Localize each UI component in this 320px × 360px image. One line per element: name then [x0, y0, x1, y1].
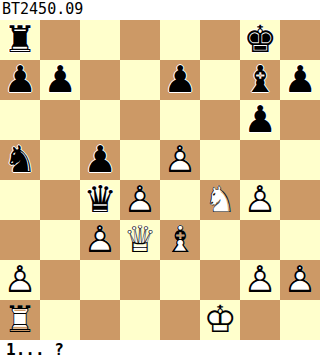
square-g6[interactable]: ♟ — [240, 100, 280, 140]
square-a4[interactable] — [0, 180, 40, 220]
piece-black-pawn[interactable]: ♟ — [0, 60, 40, 100]
white-piece-outline: ♙ — [240, 180, 280, 220]
square-h3[interactable] — [280, 220, 320, 260]
square-a1[interactable]: ♜♖ — [0, 300, 40, 340]
square-f6[interactable] — [200, 100, 240, 140]
piece-black-pawn[interactable]: ♟ — [80, 140, 120, 180]
square-a3[interactable] — [0, 220, 40, 260]
square-g8[interactable]: ♚ — [240, 20, 280, 60]
piece-white-bishop[interactable]: ♝♗ — [160, 220, 200, 260]
white-piece-outline: ♙ — [80, 220, 120, 260]
piece-black-pawn[interactable]: ♟ — [280, 60, 320, 100]
white-piece-outline: ♕ — [120, 220, 160, 260]
white-piece-outline: ♙ — [240, 260, 280, 300]
piece-white-pawn[interactable]: ♟♙ — [240, 260, 280, 300]
square-h8[interactable] — [280, 20, 320, 60]
white-piece-outline: ♖ — [0, 300, 40, 340]
square-d5[interactable] — [120, 140, 160, 180]
square-c3[interactable]: ♟♙ — [80, 220, 120, 260]
piece-black-rook[interactable]: ♜ — [0, 20, 40, 60]
square-h7[interactable]: ♟ — [280, 60, 320, 100]
chess-diagram: BT2450.09 ♜♚♟♟♟♝♟♟♞♟♟♙♛♟♙♞♘♟♙♟♙♛♕♝♗♟♙♟♙♟… — [0, 0, 320, 360]
piece-white-pawn[interactable]: ♟♙ — [280, 260, 320, 300]
square-b3[interactable] — [40, 220, 80, 260]
square-g7[interactable]: ♝ — [240, 60, 280, 100]
white-piece-outline: ♗ — [160, 220, 200, 260]
white-piece-outline: ♔ — [200, 300, 240, 340]
piece-white-pawn[interactable]: ♟♙ — [120, 180, 160, 220]
square-d7[interactable] — [120, 60, 160, 100]
piece-white-knight[interactable]: ♞♘ — [200, 180, 240, 220]
piece-white-rook[interactable]: ♜♖ — [0, 300, 40, 340]
square-b2[interactable] — [40, 260, 80, 300]
square-c6[interactable] — [80, 100, 120, 140]
square-f1[interactable]: ♚♔ — [200, 300, 240, 340]
white-piece-outline: ♘ — [200, 180, 240, 220]
piece-white-pawn[interactable]: ♟♙ — [80, 220, 120, 260]
square-b7[interactable]: ♟ — [40, 60, 80, 100]
square-e7[interactable]: ♟ — [160, 60, 200, 100]
square-f5[interactable] — [200, 140, 240, 180]
square-e5[interactable]: ♟♙ — [160, 140, 200, 180]
square-a6[interactable] — [0, 100, 40, 140]
white-piece-outline: ♙ — [280, 260, 320, 300]
square-b6[interactable] — [40, 100, 80, 140]
white-piece-outline: ♙ — [160, 140, 200, 180]
white-piece-outline: ♙ — [0, 260, 40, 300]
move-prompt: 1... ? — [0, 340, 320, 360]
square-h5[interactable] — [280, 140, 320, 180]
square-c1[interactable] — [80, 300, 120, 340]
square-c2[interactable] — [80, 260, 120, 300]
square-e2[interactable] — [160, 260, 200, 300]
square-b8[interactable] — [40, 20, 80, 60]
square-b4[interactable] — [40, 180, 80, 220]
square-g2[interactable]: ♟♙ — [240, 260, 280, 300]
square-e6[interactable] — [160, 100, 200, 140]
square-f2[interactable] — [200, 260, 240, 300]
square-c5[interactable]: ♟ — [80, 140, 120, 180]
puzzle-id: BT2450.09 — [0, 0, 320, 20]
square-d3[interactable]: ♛♕ — [120, 220, 160, 260]
square-h4[interactable] — [280, 180, 320, 220]
square-c8[interactable] — [80, 20, 120, 60]
square-g4[interactable]: ♟♙ — [240, 180, 280, 220]
chess-board: ♜♚♟♟♟♝♟♟♞♟♟♙♛♟♙♞♘♟♙♟♙♛♕♝♗♟♙♟♙♟♙♜♖♚♔ — [0, 20, 320, 340]
piece-white-pawn[interactable]: ♟♙ — [0, 260, 40, 300]
square-f7[interactable] — [200, 60, 240, 100]
square-f8[interactable] — [200, 20, 240, 60]
square-e4[interactable] — [160, 180, 200, 220]
piece-white-pawn[interactable]: ♟♙ — [160, 140, 200, 180]
square-f4[interactable]: ♞♘ — [200, 180, 240, 220]
square-g1[interactable] — [240, 300, 280, 340]
square-h2[interactable]: ♟♙ — [280, 260, 320, 300]
piece-white-king[interactable]: ♚♔ — [200, 300, 240, 340]
square-b5[interactable] — [40, 140, 80, 180]
square-d2[interactable] — [120, 260, 160, 300]
square-d4[interactable]: ♟♙ — [120, 180, 160, 220]
square-a2[interactable]: ♟♙ — [0, 260, 40, 300]
piece-white-pawn[interactable]: ♟♙ — [240, 180, 280, 220]
white-piece-outline: ♙ — [120, 180, 160, 220]
square-c4[interactable]: ♛ — [80, 180, 120, 220]
square-a8[interactable]: ♜ — [0, 20, 40, 60]
square-f3[interactable] — [200, 220, 240, 260]
square-b1[interactable] — [40, 300, 80, 340]
piece-black-pawn[interactable]: ♟ — [40, 60, 80, 100]
square-g5[interactable] — [240, 140, 280, 180]
piece-black-pawn[interactable]: ♟ — [160, 60, 200, 100]
square-d6[interactable] — [120, 100, 160, 140]
square-c7[interactable] — [80, 60, 120, 100]
square-h6[interactable] — [280, 100, 320, 140]
piece-black-knight[interactable]: ♞ — [0, 140, 40, 180]
piece-black-bishop[interactable]: ♝ — [240, 60, 280, 100]
square-e8[interactable] — [160, 20, 200, 60]
square-e3[interactable]: ♝♗ — [160, 220, 200, 260]
square-e1[interactable] — [160, 300, 200, 340]
square-h1[interactable] — [280, 300, 320, 340]
square-d8[interactable] — [120, 20, 160, 60]
square-a7[interactable]: ♟ — [0, 60, 40, 100]
piece-black-king[interactable]: ♚ — [240, 20, 280, 60]
piece-white-queen[interactable]: ♛♕ — [120, 220, 160, 260]
square-a5[interactable]: ♞ — [0, 140, 40, 180]
piece-black-pawn[interactable]: ♟ — [240, 100, 280, 140]
square-g3[interactable] — [240, 220, 280, 260]
piece-black-queen[interactable]: ♛ — [80, 180, 120, 220]
square-d1[interactable] — [120, 300, 160, 340]
